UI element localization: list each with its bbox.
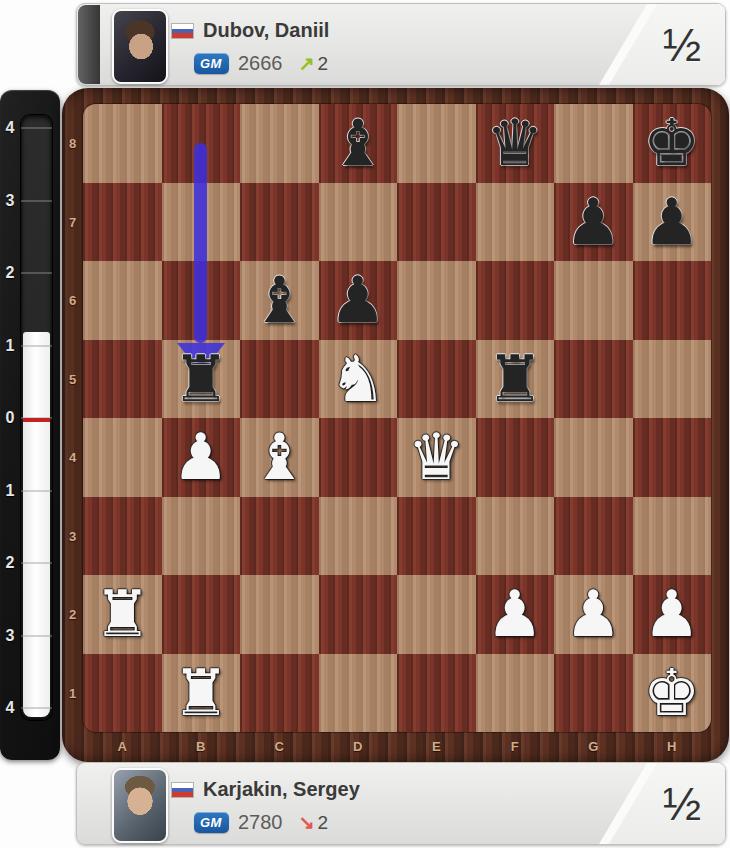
piece-white-pawn-g2[interactable]: ♟ [554,575,633,654]
square-f3[interactable] [476,497,555,576]
file-label-F: F [511,734,519,760]
square-d2[interactable] [319,575,398,654]
square-a1[interactable] [83,654,162,733]
eval-scale-7: 3 [0,627,20,645]
evaluation-bar: 432101234 [0,90,60,760]
player-bar-top[interactable]: Dubov, Daniil GM 2666 ↗ 2 ½ [76,3,726,86]
square-g6[interactable] [554,261,633,340]
piece-black-queen-f8[interactable]: ♛ [476,104,555,183]
square-d4[interactable] [319,418,398,497]
eval-tick [21,345,52,347]
square-e8[interactable] [397,104,476,183]
piece-black-pawn-h7[interactable]: ♟ [633,183,712,262]
piece-black-bishop-d8[interactable]: ♝ [319,104,398,183]
rating-trend-value-bottom: 2 [317,812,328,834]
file-label-B: B [196,734,205,760]
chess-board[interactable]: ♝♛♚♟♟♝♟♜♜♞♟♝♛♜♟♟♟♜♚ [83,104,711,732]
square-h3[interactable] [633,497,712,576]
russia-flag-icon [171,782,194,798]
rank-label-3: 3 [62,528,83,543]
piece-black-pawn-d6[interactable]: ♟ [319,261,398,340]
square-g1[interactable] [554,654,633,733]
player-bar-bottom[interactable]: Karjakin, Sergey GM 2780 ↘ 2 ½ [76,762,726,845]
player-name-top: Dubov, Daniil [203,19,329,42]
game-score-top: ½ [663,18,701,72]
square-e1[interactable] [397,654,476,733]
eval-scale-6: 2 [0,554,20,572]
square-e5[interactable] [397,340,476,419]
piece-black-pawn-g7[interactable]: ♟ [554,183,633,262]
player-avatar-bottom [112,768,168,843]
square-c3[interactable] [240,497,319,576]
board-frame: ♝♛♚♟♟♝♟♜♜♞♟♝♛♜♟♟♟♜♚ 87654321ABCDEFGH [62,88,729,762]
square-a6[interactable] [83,261,162,340]
square-c7[interactable] [240,183,319,262]
eval-scale-1: 3 [0,192,20,210]
eval-scale-2: 2 [0,264,20,282]
piece-white-queen-e4[interactable]: ♛ [397,418,476,497]
square-a7[interactable] [83,183,162,262]
piece-white-rook-a2[interactable]: ♜ [83,575,162,654]
game-score-bottom: ½ [663,777,701,831]
square-b3[interactable] [162,497,241,576]
square-g3[interactable] [554,497,633,576]
square-e6[interactable] [397,261,476,340]
rank-label-2: 2 [62,607,83,622]
square-b8[interactable] [162,104,241,183]
player-name-bottom: Karjakin, Sergey [203,778,360,801]
square-h4[interactable] [633,418,712,497]
eval-tick [21,707,52,709]
russia-flag-icon [171,23,194,39]
square-d7[interactable] [319,183,398,262]
square-b6[interactable] [162,261,241,340]
piece-black-bishop-c6[interactable]: ♝ [240,261,319,340]
evaluation-track [21,115,52,720]
broadcast-game-panel: Dubov, Daniil GM 2666 ↗ 2 ½ 432101234 ♝♛… [0,0,730,848]
evaluation-white-fill [23,332,50,717]
file-label-C: C [275,734,284,760]
evaluation-zero-line [23,418,50,422]
player-avatar-top [112,9,168,84]
square-a8[interactable] [83,104,162,183]
square-f1[interactable] [476,654,555,733]
score-zone-top: ½ [593,4,725,85]
piece-white-bishop-c4[interactable]: ♝ [240,418,319,497]
eval-scale-0: 4 [0,119,20,137]
piece-white-pawn-h2[interactable]: ♟ [633,575,712,654]
player-bar-handle [78,5,100,84]
eval-scale-4: 0 [0,409,20,427]
square-e7[interactable] [397,183,476,262]
piece-white-knight-d5[interactable]: ♞ [319,340,398,419]
file-label-H: H [667,734,676,760]
piece-black-king-h8[interactable]: ♚ [633,104,712,183]
eval-scale-8: 4 [0,699,20,717]
rating-trend-up-icon: ↗ [298,52,314,75]
rank-label-4: 4 [62,450,83,465]
gm-title-badge: GM [194,812,229,833]
square-f7[interactable] [476,183,555,262]
file-label-G: G [588,734,598,760]
score-zone-bottom: ½ [593,763,725,844]
piece-black-rook-f5[interactable]: ♜ [476,340,555,419]
square-b2[interactable] [162,575,241,654]
square-h6[interactable] [633,261,712,340]
gm-title-badge: GM [194,53,229,74]
eval-tick [21,272,52,274]
square-g8[interactable] [554,104,633,183]
eval-tick [21,635,52,637]
rank-label-5: 5 [62,371,83,386]
square-b7[interactable] [162,183,241,262]
file-label-E: E [432,734,441,760]
rank-label-7: 7 [62,214,83,229]
square-d1[interactable] [319,654,398,733]
square-c2[interactable] [240,575,319,654]
eval-tick [21,490,52,492]
square-h5[interactable] [633,340,712,419]
eval-tick [21,127,52,129]
square-a5[interactable] [83,340,162,419]
square-c1[interactable] [240,654,319,733]
file-label-D: D [353,734,362,760]
square-f6[interactable] [476,261,555,340]
rating-trend-down-icon: ↘ [298,811,314,834]
eval-scale-3: 1 [0,337,20,355]
piece-black-rook-b5[interactable]: ♜ [162,340,241,419]
square-g5[interactable] [554,340,633,419]
eval-scale-5: 1 [0,482,20,500]
square-f4[interactable] [476,418,555,497]
player-rating-top: 2666 [238,52,283,75]
square-a4[interactable] [83,418,162,497]
rank-label-6: 6 [62,293,83,308]
rank-label-8: 8 [62,136,83,151]
eval-tick [21,562,52,564]
piece-white-king-h1[interactable]: ♚ [633,654,712,733]
square-e3[interactable] [397,497,476,576]
square-c8[interactable] [240,104,319,183]
rating-trend-value-top: 2 [317,53,328,75]
eval-tick [21,200,52,202]
piece-white-pawn-f2[interactable]: ♟ [476,575,555,654]
piece-white-rook-b1[interactable]: ♜ [162,654,241,733]
rank-label-1: 1 [62,685,83,700]
square-d3[interactable] [319,497,398,576]
square-e2[interactable] [397,575,476,654]
file-label-A: A [118,734,127,760]
piece-white-pawn-b4[interactable]: ♟ [162,418,241,497]
square-g4[interactable] [554,418,633,497]
square-a3[interactable] [83,497,162,576]
player-rating-bottom: 2780 [238,811,283,834]
square-c5[interactable] [240,340,319,419]
